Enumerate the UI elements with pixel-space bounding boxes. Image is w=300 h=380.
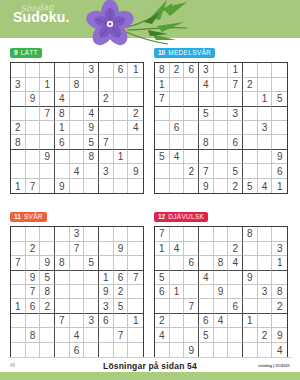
cell-r4c5[interactable] xyxy=(214,107,229,121)
cell-r4c1[interactable] xyxy=(11,107,26,121)
cell-r1c8: 6 xyxy=(114,63,129,77)
cell-r8c7[interactable] xyxy=(243,164,258,178)
cell-r4c5[interactable] xyxy=(70,271,85,285)
cell-r7c2[interactable] xyxy=(26,150,41,164)
difficulty-badge-djavulsk: 12 DJÄVULSK xyxy=(154,212,208,222)
cell-r1c9[interactable] xyxy=(272,227,287,241)
cell-r1c2[interactable] xyxy=(26,63,41,77)
cell-r9c4[interactable] xyxy=(199,343,214,357)
cell-r6c4[interactable] xyxy=(55,299,70,313)
cell-r1c5[interactable] xyxy=(214,63,229,77)
cell-r8c9[interactable] xyxy=(128,328,143,342)
cell-r2c8[interactable] xyxy=(114,78,129,92)
cell-r6c6[interactable] xyxy=(84,299,99,313)
cell-r8c7[interactable] xyxy=(243,328,258,342)
cell-r1c7: 8 xyxy=(243,227,258,241)
cell-r4c1[interactable] xyxy=(11,271,26,285)
cell-r5c8: 3 xyxy=(258,121,273,135)
cell-r7c2: 4 xyxy=(170,150,185,164)
cell-r5c9[interactable] xyxy=(128,285,143,299)
cell-r2c9[interactable] xyxy=(128,242,143,256)
cell-r2c7[interactable] xyxy=(243,242,258,256)
flower-leaves-dark xyxy=(144,12,168,36)
cell-r1c4: 3 xyxy=(199,63,214,77)
cell-r9c6[interactable] xyxy=(84,179,99,193)
cell-r2c8[interactable] xyxy=(258,78,273,92)
cell-r6c9[interactable] xyxy=(272,135,287,149)
cell-r3c2[interactable] xyxy=(170,256,185,270)
cell-r5c5: 9 xyxy=(214,285,229,299)
cell-r3c8: 1 xyxy=(258,92,273,106)
cell-r6c2: 6 xyxy=(26,299,41,313)
cell-r5c4: 1 xyxy=(55,121,70,135)
difficulty-label: SVÅR xyxy=(24,214,43,221)
cell-r7c8[interactable] xyxy=(258,150,273,164)
cell-r2c9[interactable] xyxy=(128,78,143,92)
cell-r5c2: 6 xyxy=(170,121,185,135)
cell-r3c7[interactable] xyxy=(243,256,258,270)
cell-r7c4: 7 xyxy=(55,314,70,328)
cell-r2c3[interactable] xyxy=(40,242,55,256)
cell-r9c6[interactable] xyxy=(84,343,99,357)
cell-r3c1: 7 xyxy=(11,256,26,270)
cell-r2c1[interactable] xyxy=(11,242,26,256)
cell-r3c8[interactable] xyxy=(114,256,129,270)
solutions-note: Lösningar på sidan 54 xyxy=(0,361,300,371)
cell-r5c4[interactable] xyxy=(199,285,214,299)
cell-r6c2[interactable] xyxy=(170,135,185,149)
cell-r4c7[interactable] xyxy=(243,107,258,121)
cell-r6c3[interactable] xyxy=(184,135,199,149)
cell-r5c3[interactable] xyxy=(184,121,199,135)
sudoku-grid-12: 7814236841549619387622641452994 xyxy=(154,226,288,358)
cell-r1c1: 7 xyxy=(155,227,170,241)
cell-r3c4[interactable] xyxy=(199,256,214,270)
difficulty-badge-latt: 9 LÄTT xyxy=(10,48,42,58)
cell-r9c6: 2 xyxy=(228,179,243,193)
cell-r3c3: 9 xyxy=(40,256,55,270)
cell-r9c2[interactable] xyxy=(26,343,41,357)
cell-r4c4: 4 xyxy=(199,271,214,285)
cell-r5c8: 3 xyxy=(258,285,273,299)
cell-r6c4: 6 xyxy=(55,135,70,149)
cell-r7c1[interactable] xyxy=(11,150,26,164)
cell-r7c6: 8 xyxy=(84,150,99,164)
cell-r9c3[interactable] xyxy=(184,179,199,193)
cell-r4c7: 1 xyxy=(99,271,114,285)
cell-r3c5[interactable] xyxy=(70,92,85,106)
cell-r9c4[interactable] xyxy=(55,343,70,357)
cell-r3c8[interactable] xyxy=(114,92,129,106)
cell-r5c8: 2 xyxy=(114,285,129,299)
cell-r9c9[interactable] xyxy=(128,179,143,193)
cell-r2c8[interactable] xyxy=(258,242,273,256)
cell-r4c9[interactable] xyxy=(272,271,287,285)
cell-r8c6[interactable] xyxy=(84,328,99,342)
cell-r4c8[interactable] xyxy=(258,271,273,285)
cell-r9c3[interactable] xyxy=(40,343,55,357)
cell-r5c2: 1 xyxy=(170,285,185,299)
cell-r5c7[interactable] xyxy=(99,121,114,135)
cell-r3c1[interactable] xyxy=(11,92,26,106)
cell-r5c9: 8 xyxy=(272,285,287,299)
cell-r4c6[interactable] xyxy=(84,271,99,285)
cell-r9c3: 9 xyxy=(184,343,199,357)
cell-r7c7[interactable] xyxy=(99,150,114,164)
cell-r8c4[interactable] xyxy=(55,328,70,342)
cell-r3c7[interactable] xyxy=(99,256,114,270)
cell-r9c2[interactable] xyxy=(170,343,185,357)
cell-r8c9: 9 xyxy=(272,328,287,342)
cell-r4c2[interactable] xyxy=(170,107,185,121)
cell-r1c6: 1 xyxy=(228,63,243,77)
cell-r1c8[interactable] xyxy=(114,227,129,241)
cell-r3c1: 7 xyxy=(155,92,170,106)
cell-r1c9[interactable] xyxy=(272,63,287,77)
cell-r2c5: 8 xyxy=(70,78,85,92)
cell-r1c9[interactable] xyxy=(128,227,143,241)
cell-r5c6[interactable] xyxy=(84,285,99,299)
cell-r7c9[interactable] xyxy=(272,314,287,328)
cell-r1c2[interactable] xyxy=(26,227,41,241)
cell-r6c1[interactable] xyxy=(155,135,170,149)
cell-r2c8: 9 xyxy=(114,242,129,256)
cell-r7c3[interactable] xyxy=(184,314,199,328)
cell-r2c3[interactable] xyxy=(184,242,199,256)
cell-r3c9: 5 xyxy=(272,92,287,106)
cell-r6c1: 1 xyxy=(11,299,26,313)
cell-r5c9[interactable] xyxy=(272,121,287,135)
cell-r1c6[interactable] xyxy=(228,227,243,241)
cell-r4c4[interactable] xyxy=(55,271,70,285)
cell-r5c7: 9 xyxy=(99,285,114,299)
cell-r7c1: 5 xyxy=(155,150,170,164)
cell-r1c4[interactable] xyxy=(199,227,214,241)
puzzle-number: 9 xyxy=(14,50,18,57)
bottom-green-bar xyxy=(0,372,300,380)
cell-r2c5: 7 xyxy=(70,242,85,256)
cell-r7c4[interactable] xyxy=(199,150,214,164)
cell-r4c6: 3 xyxy=(228,107,243,121)
cell-r9c5[interactable] xyxy=(70,179,85,193)
cell-r4c7: 9 xyxy=(243,271,258,285)
cell-r5c1: 2 xyxy=(11,121,26,135)
cell-r6c6: 6 xyxy=(228,135,243,149)
cell-r2c2[interactable] xyxy=(170,78,185,92)
cell-r7c8: 1 xyxy=(114,150,129,164)
cell-r3c4: 4 xyxy=(55,92,70,106)
cell-r4c8: 6 xyxy=(114,271,129,285)
cell-r6c5[interactable] xyxy=(70,135,85,149)
cell-r6c3: 2 xyxy=(40,299,55,313)
cell-r5c6[interactable] xyxy=(228,285,243,299)
cell-r9c9: 4 xyxy=(272,343,287,357)
cell-r3c3[interactable] xyxy=(184,92,199,106)
cell-r2c5[interactable] xyxy=(214,242,229,256)
cell-r6c8: 5 xyxy=(114,299,129,313)
cell-r7c4: 6 xyxy=(199,314,214,328)
cell-r3c8[interactable] xyxy=(258,256,273,270)
cell-r6c7[interactable] xyxy=(243,135,258,149)
cell-r4c8[interactable] xyxy=(258,107,273,121)
cell-r1c1[interactable] xyxy=(11,63,26,77)
cell-r1c4[interactable] xyxy=(55,227,70,241)
cell-r5c1: 6 xyxy=(155,285,170,299)
cell-r5c9: 4 xyxy=(128,121,143,135)
cell-r2c5[interactable] xyxy=(214,78,229,92)
cell-r8c8[interactable] xyxy=(114,164,129,178)
cell-r8c4[interactable] xyxy=(55,164,70,178)
cell-r8c5[interactable] xyxy=(214,164,229,178)
cell-r9c8: 4 xyxy=(258,179,273,193)
cell-r4c9: 7 xyxy=(128,271,143,285)
cell-r4c3: 7 xyxy=(40,107,55,121)
cell-r8c1[interactable] xyxy=(11,328,26,342)
cell-r8c6: 5 xyxy=(228,164,243,178)
cell-r9c6[interactable] xyxy=(228,343,243,357)
cell-r2c7[interactable] xyxy=(99,78,114,92)
cell-r7c2[interactable] xyxy=(170,314,185,328)
cell-r3c5[interactable] xyxy=(214,92,229,106)
cell-r2c3[interactable] xyxy=(184,78,199,92)
cell-r1c5[interactable] xyxy=(70,63,85,77)
cell-r5c5[interactable] xyxy=(70,121,85,135)
cell-r3c6[interactable] xyxy=(84,92,99,106)
cell-r5c7[interactable] xyxy=(243,285,258,299)
cell-r9c4: 9 xyxy=(55,179,70,193)
cell-r2c9[interactable] xyxy=(272,78,287,92)
cell-r5c8[interactable] xyxy=(114,121,129,135)
cell-r5c6[interactable] xyxy=(228,121,243,135)
cell-r5c2[interactable] xyxy=(26,121,41,135)
cell-r6c5[interactable] xyxy=(214,299,229,313)
cell-r3c3[interactable] xyxy=(40,92,55,106)
cell-r1c8[interactable] xyxy=(258,63,273,77)
cell-r2c4[interactable] xyxy=(199,242,214,256)
cell-r7c3: 9 xyxy=(40,150,55,164)
cell-r8c2[interactable] xyxy=(26,164,41,178)
cell-r5c7[interactable] xyxy=(243,121,258,135)
cell-r6c3: 7 xyxy=(184,299,199,313)
cell-r7c1[interactable] xyxy=(11,314,26,328)
cell-r8c7[interactable] xyxy=(99,328,114,342)
cell-r6c6: 6 xyxy=(228,299,243,313)
cell-r1c4[interactable] xyxy=(55,63,70,77)
cell-r6c4[interactable] xyxy=(199,299,214,313)
cell-r8c1[interactable] xyxy=(155,164,170,178)
difficulty-label: LÄTT xyxy=(21,50,38,57)
cell-r6c5[interactable] xyxy=(214,135,229,149)
cell-r9c8[interactable] xyxy=(114,179,129,193)
cell-r7c6[interactable] xyxy=(228,150,243,164)
cell-r4c3[interactable] xyxy=(184,271,199,285)
flower-petals xyxy=(84,0,136,49)
cell-r9c8[interactable] xyxy=(114,343,129,357)
footer-divider xyxy=(8,357,292,358)
cell-r2c4[interactable] xyxy=(55,78,70,92)
cell-r6c8[interactable] xyxy=(258,135,273,149)
cell-r3c5[interactable] xyxy=(70,256,85,270)
cell-r2c7[interactable] xyxy=(99,242,114,256)
cell-r1c9: 1 xyxy=(128,63,143,77)
cell-r7c9: 9 xyxy=(272,150,287,164)
cell-r6c8[interactable] xyxy=(258,299,273,313)
cell-r4c3: 5 xyxy=(40,271,55,285)
cell-r1c7[interactable] xyxy=(99,63,114,77)
cell-r8c6[interactable] xyxy=(228,328,243,342)
cell-r2c4[interactable] xyxy=(55,242,70,256)
cell-r7c5[interactable] xyxy=(70,314,85,328)
cell-r7c2[interactable] xyxy=(26,314,41,328)
cell-r7c7[interactable] xyxy=(243,150,258,164)
cell-r1c2[interactable] xyxy=(170,227,185,241)
cell-r8c1[interactable] xyxy=(11,164,26,178)
cell-r4c2[interactable] xyxy=(26,107,41,121)
cell-r9c1[interactable] xyxy=(155,343,170,357)
cell-r1c1[interactable] xyxy=(11,227,26,241)
cell-r4c2: 9 xyxy=(26,271,41,285)
cell-r4c3[interactable] xyxy=(184,107,199,121)
cell-r2c2[interactable] xyxy=(26,78,41,92)
cell-r2c6[interactable] xyxy=(84,78,99,92)
cell-r6c6: 5 xyxy=(84,135,99,149)
cell-r5c2: 7 xyxy=(26,285,41,299)
cell-r9c5[interactable] xyxy=(214,179,229,193)
cell-r6c3[interactable] xyxy=(40,135,55,149)
cell-r8c4: 5 xyxy=(199,328,214,342)
cell-r8c2[interactable] xyxy=(170,164,185,178)
cell-r9c3[interactable] xyxy=(40,179,55,193)
cell-r9c1[interactable] xyxy=(155,179,170,193)
cell-r9c4: 9 xyxy=(199,179,214,193)
cell-r2c2: 2 xyxy=(26,242,41,256)
cell-r6c9[interactable] xyxy=(128,299,143,313)
cell-r7c8[interactable] xyxy=(114,314,129,328)
cell-r9c5: 6 xyxy=(70,343,85,357)
cell-r8c8: 2 xyxy=(258,328,273,342)
cell-r6c8[interactable] xyxy=(114,135,129,149)
cell-r9c5[interactable] xyxy=(214,343,229,357)
cell-r1c7[interactable] xyxy=(243,63,258,77)
cell-r2c1: 1 xyxy=(155,242,170,256)
cell-r7c6: 3 xyxy=(84,314,99,328)
cell-r4c7[interactable] xyxy=(99,107,114,121)
cell-r7c7: 1 xyxy=(243,314,258,328)
cell-r7c3[interactable] xyxy=(184,150,199,164)
cell-r6c5[interactable] xyxy=(70,299,85,313)
cell-r9c7[interactable] xyxy=(99,179,114,193)
cell-r1c5[interactable] xyxy=(214,227,229,241)
cell-r5c4[interactable] xyxy=(199,121,214,135)
cell-r1c3[interactable] xyxy=(184,227,199,241)
cell-r5c5[interactable] xyxy=(214,121,229,135)
cell-r4c8[interactable] xyxy=(114,107,129,121)
cell-r4c2[interactable] xyxy=(170,271,185,285)
cell-r4c1[interactable] xyxy=(155,107,170,121)
cell-r6c2[interactable] xyxy=(170,299,185,313)
cell-r4c5[interactable] xyxy=(214,271,229,285)
cell-r3c6[interactable] xyxy=(228,92,243,106)
cell-r7c6[interactable] xyxy=(228,314,243,328)
cell-r8c3[interactable] xyxy=(40,164,55,178)
cell-r7c7: 6 xyxy=(99,314,114,328)
cell-r6c7: 3 xyxy=(99,299,114,313)
cell-r3c4[interactable] xyxy=(199,92,214,106)
cell-r3c3: 6 xyxy=(184,256,199,270)
cell-r5c4[interactable] xyxy=(55,285,70,299)
cell-r8c3[interactable] xyxy=(184,328,199,342)
cell-r9c2[interactable] xyxy=(170,179,185,193)
cell-r2c1: 1 xyxy=(155,78,170,92)
cell-r2c2: 4 xyxy=(170,242,185,256)
cell-r1c8[interactable] xyxy=(258,227,273,241)
cell-r9c8[interactable] xyxy=(258,343,273,357)
cell-r5c5[interactable] xyxy=(70,285,85,299)
cell-r1c7[interactable] xyxy=(99,227,114,241)
cell-r4c6[interactable] xyxy=(228,271,243,285)
cell-r9c7[interactable] xyxy=(99,343,114,357)
cell-r3c1[interactable] xyxy=(155,256,170,270)
cell-r5c6: 9 xyxy=(84,121,99,135)
cell-r7c4[interactable] xyxy=(55,150,70,164)
cell-r2c6[interactable] xyxy=(84,242,99,256)
cell-r4c9[interactable] xyxy=(272,107,287,121)
cell-r8c2[interactable] xyxy=(170,328,185,342)
cell-r5c1[interactable] xyxy=(11,285,26,299)
cell-r7c5[interactable] xyxy=(70,150,85,164)
cell-r1c3: 6 xyxy=(184,63,199,77)
cell-r7c9[interactable] xyxy=(128,150,143,164)
cell-r6c9[interactable] xyxy=(128,135,143,149)
cell-r3c2[interactable] xyxy=(170,92,185,106)
cell-r9c9[interactable] xyxy=(128,343,143,357)
cell-r7c5[interactable] xyxy=(214,150,229,164)
cell-r9c7[interactable] xyxy=(243,343,258,357)
cell-r4c5[interactable] xyxy=(70,107,85,121)
cell-r7c5: 4 xyxy=(214,314,229,328)
cell-r1c3[interactable] xyxy=(40,63,55,77)
cell-r8c3[interactable] xyxy=(40,328,55,342)
cell-r3c9[interactable] xyxy=(128,92,143,106)
cell-r1c6[interactable] xyxy=(84,227,99,241)
cell-r1c5: 3 xyxy=(70,227,85,241)
puzzle-number: 12 xyxy=(158,214,165,221)
cell-r6c2[interactable] xyxy=(26,135,41,149)
cell-r2c1: 3 xyxy=(11,78,26,92)
cell-r5c1[interactable] xyxy=(155,121,170,135)
cell-r3c2[interactable] xyxy=(26,256,41,270)
cell-r8c5[interactable] xyxy=(214,328,229,342)
cell-r8c9: 6 xyxy=(272,164,287,178)
cell-r6c1[interactable] xyxy=(155,299,170,313)
cell-r3c6: 4 xyxy=(228,256,243,270)
cell-r5c3[interactable] xyxy=(40,121,55,135)
cell-r7c8[interactable] xyxy=(258,314,273,328)
cell-r3c7[interactable] xyxy=(243,92,258,106)
cell-r8c6[interactable] xyxy=(84,164,99,178)
cell-r5c3: 8 xyxy=(40,285,55,299)
cell-r1c3[interactable] xyxy=(40,227,55,241)
cell-r5c3[interactable] xyxy=(184,285,199,299)
cell-r3c2: 9 xyxy=(26,92,41,106)
cell-r9c1[interactable] xyxy=(11,343,26,357)
cell-r3c5: 8 xyxy=(214,256,229,270)
cell-r7c3[interactable] xyxy=(40,314,55,328)
cell-r3c9[interactable] xyxy=(128,256,143,270)
cell-r1c1: 8 xyxy=(155,63,170,77)
cell-r8c8[interactable] xyxy=(258,164,273,178)
cell-r6c7[interactable] xyxy=(243,299,258,313)
